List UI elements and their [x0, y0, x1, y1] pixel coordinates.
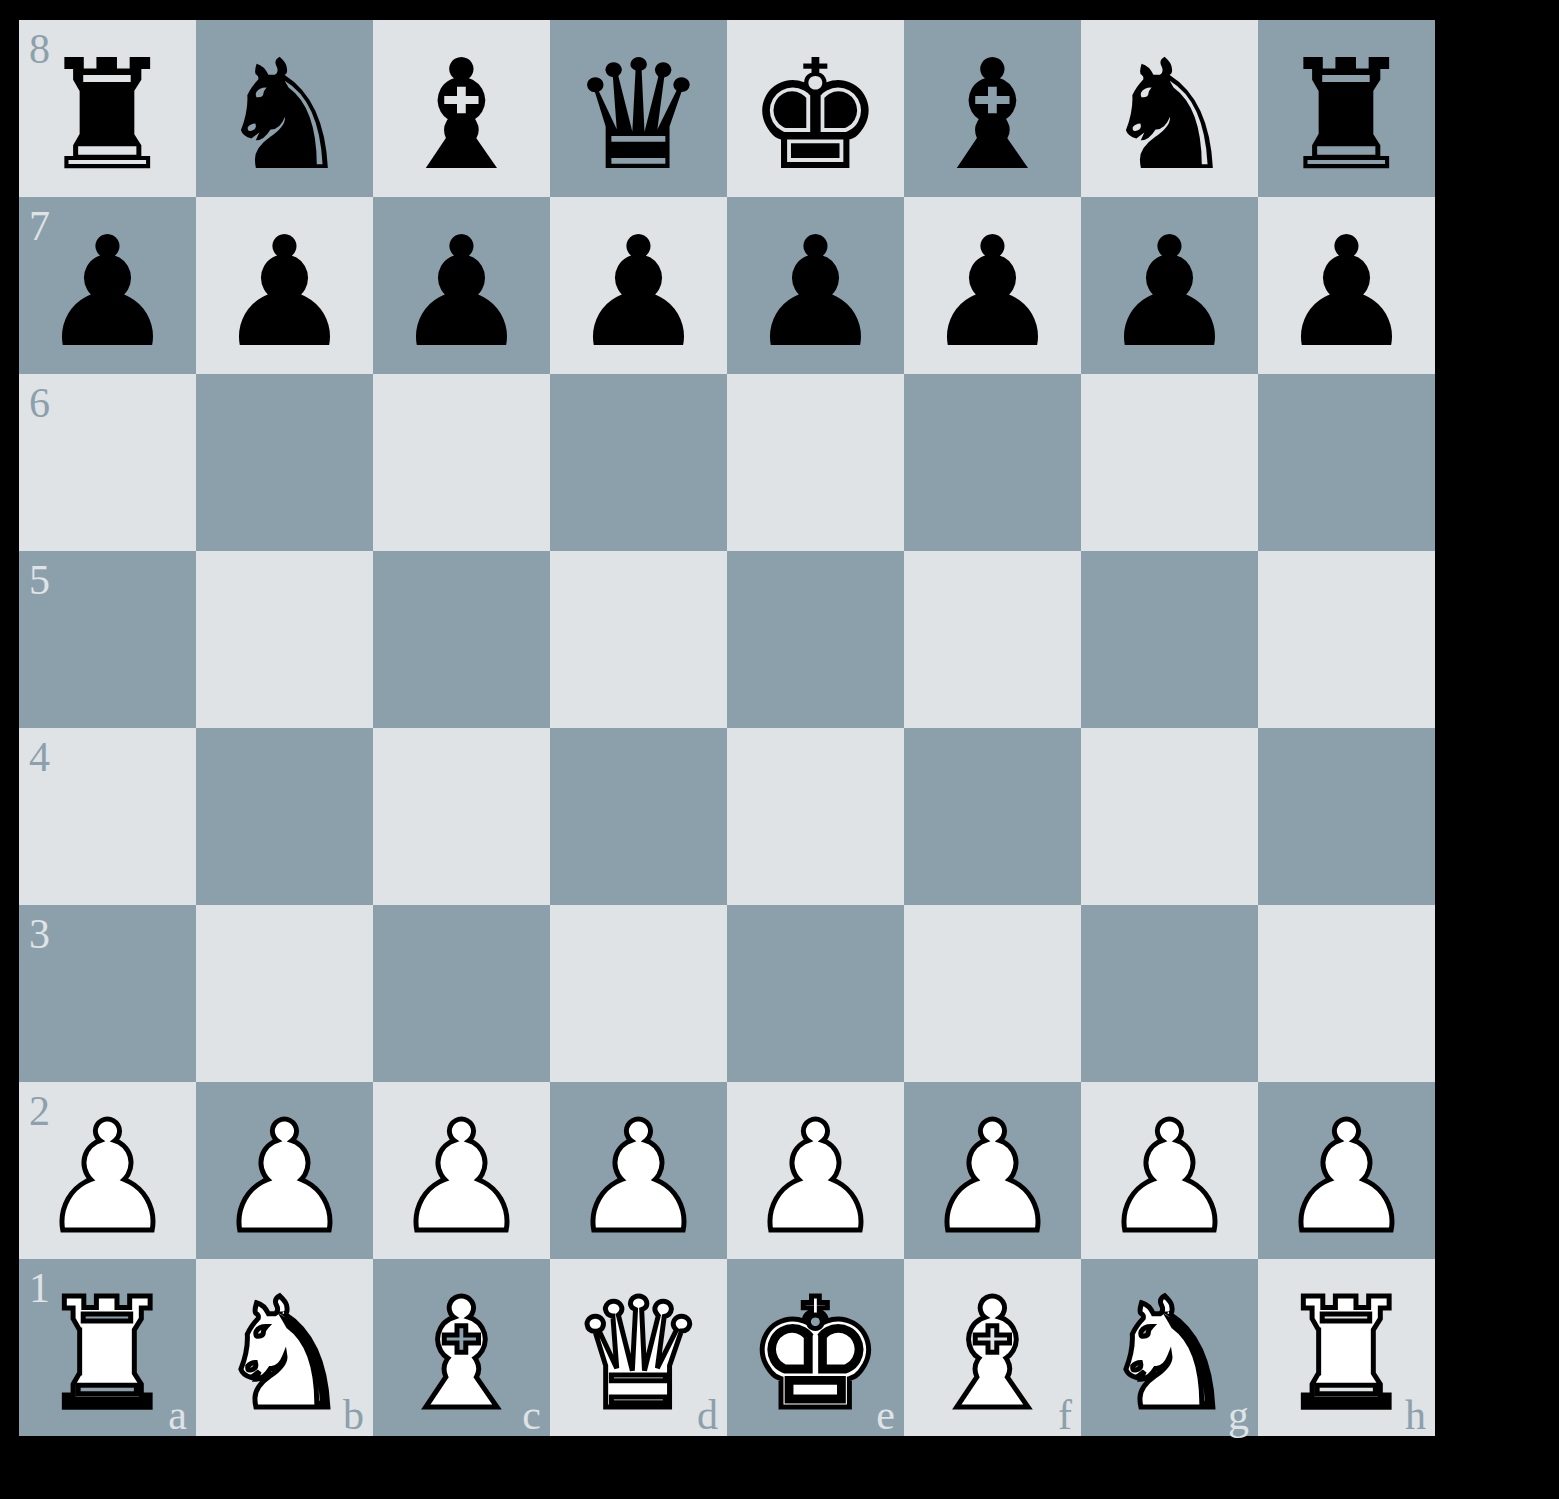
square-f5[interactable]	[904, 551, 1081, 728]
square-a3[interactable]: 3	[19, 905, 196, 1082]
square-g5[interactable]	[1081, 551, 1258, 728]
square-d2[interactable]: ♟	[550, 1082, 727, 1259]
piece-white-bishop-c1[interactable]: ♝	[393, 1279, 529, 1431]
square-g3[interactable]	[1081, 905, 1258, 1082]
square-h6[interactable]	[1258, 374, 1435, 551]
square-h2[interactable]: ♟	[1258, 1082, 1435, 1259]
square-d1[interactable]: d♛	[550, 1259, 727, 1436]
square-b7[interactable]: ♟	[196, 197, 373, 374]
square-h1[interactable]: h♜	[1258, 1259, 1435, 1436]
square-d7[interactable]: ♟	[550, 197, 727, 374]
square-a7[interactable]: 7♟	[19, 197, 196, 374]
square-g4[interactable]	[1081, 728, 1258, 905]
square-c1[interactable]: c♝	[373, 1259, 550, 1436]
square-f4[interactable]	[904, 728, 1081, 905]
piece-white-rook-h1[interactable]: ♜	[1278, 1279, 1414, 1431]
square-f1[interactable]: f♝	[904, 1259, 1081, 1436]
piece-black-queen-d8[interactable]: ♛	[570, 40, 706, 192]
square-f8[interactable]: ♝	[904, 20, 1081, 197]
square-g1[interactable]: g♞	[1081, 1259, 1258, 1436]
square-e4[interactable]	[727, 728, 904, 905]
square-b1[interactable]: b♞	[196, 1259, 373, 1436]
square-e5[interactable]	[727, 551, 904, 728]
square-g2[interactable]: ♟	[1081, 1082, 1258, 1259]
piece-black-pawn-e7[interactable]: ♟	[747, 217, 883, 369]
square-d5[interactable]	[550, 551, 727, 728]
square-a8[interactable]: 8♜	[19, 20, 196, 197]
square-f7[interactable]: ♟	[904, 197, 1081, 374]
square-e8[interactable]: ♚	[727, 20, 904, 197]
rank-label-5: 5	[29, 559, 50, 601]
piece-black-rook-a8[interactable]: ♜	[39, 40, 175, 192]
square-b2[interactable]: ♟	[196, 1082, 373, 1259]
square-g8[interactable]: ♞	[1081, 20, 1258, 197]
piece-black-bishop-f8[interactable]: ♝	[924, 40, 1060, 192]
piece-white-knight-b1[interactable]: ♞	[216, 1279, 352, 1431]
square-d6[interactable]	[550, 374, 727, 551]
piece-white-pawn-b2[interactable]: ♟	[216, 1102, 352, 1254]
square-c3[interactable]	[373, 905, 550, 1082]
square-e7[interactable]: ♟	[727, 197, 904, 374]
square-f2[interactable]: ♟	[904, 1082, 1081, 1259]
square-b8[interactable]: ♞	[196, 20, 373, 197]
square-h3[interactable]	[1258, 905, 1435, 1082]
square-b5[interactable]	[196, 551, 373, 728]
square-h7[interactable]: ♟	[1258, 197, 1435, 374]
piece-white-king-e1[interactable]: ♚	[747, 1279, 883, 1431]
piece-white-pawn-f2[interactable]: ♟	[924, 1102, 1060, 1254]
piece-black-knight-g8[interactable]: ♞	[1101, 40, 1237, 192]
square-a1[interactable]: 1a♜	[19, 1259, 196, 1436]
piece-black-king-e8[interactable]: ♚	[747, 40, 883, 192]
square-c6[interactable]	[373, 374, 550, 551]
piece-white-pawn-c2[interactable]: ♟	[393, 1102, 529, 1254]
square-g6[interactable]	[1081, 374, 1258, 551]
square-a4[interactable]: 4	[19, 728, 196, 905]
square-e3[interactable]	[727, 905, 904, 1082]
square-d3[interactable]	[550, 905, 727, 1082]
piece-black-pawn-d7[interactable]: ♟	[570, 217, 706, 369]
square-f3[interactable]	[904, 905, 1081, 1082]
square-g7[interactable]: ♟	[1081, 197, 1258, 374]
square-a6[interactable]: 6	[19, 374, 196, 551]
square-c2[interactable]: ♟	[373, 1082, 550, 1259]
piece-white-knight-g1[interactable]: ♞	[1101, 1279, 1237, 1431]
piece-white-queen-d1[interactable]: ♛	[570, 1279, 706, 1431]
square-c4[interactable]	[373, 728, 550, 905]
square-e2[interactable]: ♟	[727, 1082, 904, 1259]
square-a5[interactable]: 5	[19, 551, 196, 728]
square-e6[interactable]	[727, 374, 904, 551]
square-b3[interactable]	[196, 905, 373, 1082]
square-f6[interactable]	[904, 374, 1081, 551]
piece-white-pawn-e2[interactable]: ♟	[747, 1102, 883, 1254]
piece-black-pawn-b7[interactable]: ♟	[216, 217, 352, 369]
piece-black-pawn-c7[interactable]: ♟	[393, 217, 529, 369]
rank-label-6: 6	[29, 382, 50, 424]
piece-white-rook-a1[interactable]: ♜	[39, 1279, 175, 1431]
square-d8[interactable]: ♛	[550, 20, 727, 197]
piece-black-rook-h8[interactable]: ♜	[1278, 40, 1414, 192]
chess-board: 8♜♞♝♛♚♝♞♜7♟♟♟♟♟♟♟♟65432♟♟♟♟♟♟♟♟1a♜b♞c♝d♛…	[19, 20, 1435, 1436]
square-c8[interactable]: ♝	[373, 20, 550, 197]
piece-white-pawn-d2[interactable]: ♟	[570, 1102, 706, 1254]
piece-black-pawn-g7[interactable]: ♟	[1101, 217, 1237, 369]
piece-black-pawn-a7[interactable]: ♟	[39, 217, 175, 369]
square-h5[interactable]	[1258, 551, 1435, 728]
square-c7[interactable]: ♟	[373, 197, 550, 374]
piece-white-bishop-f1[interactable]: ♝	[924, 1279, 1060, 1431]
piece-black-knight-b8[interactable]: ♞	[216, 40, 352, 192]
square-h8[interactable]: ♜	[1258, 20, 1435, 197]
square-e1[interactable]: e♚	[727, 1259, 904, 1436]
square-a2[interactable]: 2♟	[19, 1082, 196, 1259]
square-h4[interactable]	[1258, 728, 1435, 905]
rank-label-3: 3	[29, 913, 50, 955]
piece-white-pawn-a2[interactable]: ♟	[39, 1102, 175, 1254]
piece-black-bishop-c8[interactable]: ♝	[393, 40, 529, 192]
square-d4[interactable]	[550, 728, 727, 905]
square-b4[interactable]	[196, 728, 373, 905]
piece-black-pawn-f7[interactable]: ♟	[924, 217, 1060, 369]
square-c5[interactable]	[373, 551, 550, 728]
piece-white-pawn-h2[interactable]: ♟	[1278, 1102, 1414, 1254]
square-b6[interactable]	[196, 374, 373, 551]
piece-white-pawn-g2[interactable]: ♟	[1101, 1102, 1237, 1254]
piece-black-pawn-h7[interactable]: ♟	[1278, 217, 1414, 369]
rank-label-4: 4	[29, 736, 50, 778]
